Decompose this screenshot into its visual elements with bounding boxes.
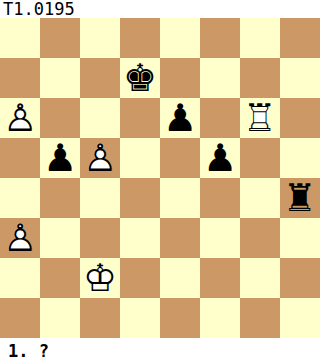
square-f6[interactable] <box>200 98 240 138</box>
square-a7[interactable] <box>0 58 40 98</box>
square-b4[interactable] <box>40 178 80 218</box>
piece-white-rook: ♜♖ <box>243 99 277 137</box>
square-a6[interactable]: ♟♙ <box>0 98 40 138</box>
square-d2[interactable] <box>120 258 160 298</box>
piece-white-pawn: ♟♙ <box>3 99 37 137</box>
square-e4[interactable] <box>160 178 200 218</box>
piece-white-pawn: ♟♙ <box>83 139 117 177</box>
square-g5[interactable] <box>240 138 280 178</box>
square-f1[interactable] <box>200 298 240 338</box>
square-b1[interactable] <box>40 298 80 338</box>
piece-black-pawn: ♟ <box>163 99 197 137</box>
square-c1[interactable] <box>80 298 120 338</box>
piece-white-pawn: ♟♙ <box>3 219 37 257</box>
square-d3[interactable] <box>120 218 160 258</box>
square-h1[interactable] <box>280 298 320 338</box>
square-c5[interactable]: ♟♙ <box>80 138 120 178</box>
square-h6[interactable] <box>280 98 320 138</box>
square-a2[interactable] <box>0 258 40 298</box>
square-h5[interactable] <box>280 138 320 178</box>
square-g8[interactable] <box>240 18 280 58</box>
square-c8[interactable] <box>80 18 120 58</box>
square-h4[interactable]: ♜ <box>280 178 320 218</box>
square-f2[interactable] <box>200 258 240 298</box>
square-h8[interactable] <box>280 18 320 58</box>
square-e3[interactable] <box>160 218 200 258</box>
square-g7[interactable] <box>240 58 280 98</box>
square-b2[interactable] <box>40 258 80 298</box>
square-e8[interactable] <box>160 18 200 58</box>
square-b5[interactable]: ♟ <box>40 138 80 178</box>
square-f8[interactable] <box>200 18 240 58</box>
square-e1[interactable] <box>160 298 200 338</box>
square-c7[interactable] <box>80 58 120 98</box>
piece-black-king: ♚ <box>123 59 157 97</box>
square-e6[interactable]: ♟ <box>160 98 200 138</box>
chess-board: ♚♟♙♟♜♖♟♟♙♟♜♟♙♚♔ <box>0 18 320 338</box>
square-e5[interactable] <box>160 138 200 178</box>
square-d1[interactable] <box>120 298 160 338</box>
square-d7[interactable]: ♚ <box>120 58 160 98</box>
puzzle-id: T1.0195 <box>0 0 320 18</box>
square-h2[interactable] <box>280 258 320 298</box>
square-a3[interactable]: ♟♙ <box>0 218 40 258</box>
square-c3[interactable] <box>80 218 120 258</box>
piece-black-rook: ♜ <box>283 179 317 217</box>
square-a8[interactable] <box>0 18 40 58</box>
square-f7[interactable] <box>200 58 240 98</box>
square-h7[interactable] <box>280 58 320 98</box>
square-f4[interactable] <box>200 178 240 218</box>
square-f3[interactable] <box>200 218 240 258</box>
piece-white-king: ♚♔ <box>83 259 117 297</box>
square-a1[interactable] <box>0 298 40 338</box>
square-b7[interactable] <box>40 58 80 98</box>
square-b3[interactable] <box>40 218 80 258</box>
square-a5[interactable] <box>0 138 40 178</box>
square-c4[interactable] <box>80 178 120 218</box>
square-g6[interactable]: ♜♖ <box>240 98 280 138</box>
square-d6[interactable] <box>120 98 160 138</box>
square-e2[interactable] <box>160 258 200 298</box>
piece-black-pawn: ♟ <box>203 139 237 177</box>
square-e7[interactable] <box>160 58 200 98</box>
square-b6[interactable] <box>40 98 80 138</box>
piece-black-pawn: ♟ <box>43 139 77 177</box>
square-b8[interactable] <box>40 18 80 58</box>
square-d8[interactable] <box>120 18 160 58</box>
square-d4[interactable] <box>120 178 160 218</box>
square-h3[interactable] <box>280 218 320 258</box>
square-g4[interactable] <box>240 178 280 218</box>
move-prompt: 1. ? <box>0 338 320 360</box>
square-d5[interactable] <box>120 138 160 178</box>
square-c2[interactable]: ♚♔ <box>80 258 120 298</box>
square-a4[interactable] <box>0 178 40 218</box>
square-g2[interactable] <box>240 258 280 298</box>
square-g1[interactable] <box>240 298 280 338</box>
square-c6[interactable] <box>80 98 120 138</box>
square-g3[interactable] <box>240 218 280 258</box>
square-f5[interactable]: ♟ <box>200 138 240 178</box>
